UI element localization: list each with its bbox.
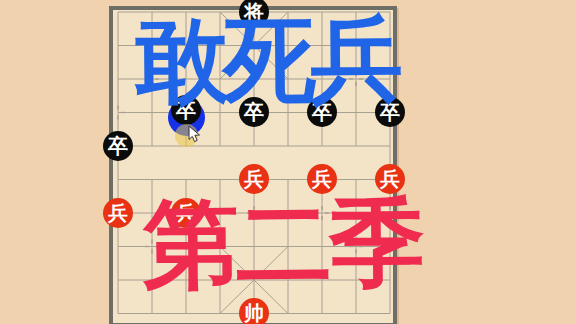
piece-black-soldier-5[interactable]: 卒 <box>103 131 133 161</box>
board-point-c3r5[interactable] <box>203 163 237 197</box>
board-point-c3r8[interactable] <box>203 263 237 297</box>
piece-black-soldier-1[interactable]: 卒 <box>171 95 201 125</box>
board-point-c3r6[interactable] <box>203 196 237 230</box>
board-point-c8r9[interactable] <box>373 297 407 324</box>
board-point-c7r1[interactable] <box>339 29 373 63</box>
board-point-c8r7[interactable] <box>373 230 407 264</box>
board-point-c1r9[interactable] <box>135 297 169 324</box>
xiangqi-app: 将卒卒卒卒卒兵兵兵兵兵帅 敢死兵 第二季 <box>0 0 576 324</box>
board-point-c2r8[interactable] <box>169 263 203 297</box>
board-point-c7r7[interactable] <box>339 230 373 264</box>
board-point-c2r9[interactable] <box>169 297 203 324</box>
piece-red-soldier-4[interactable]: 兵 <box>103 198 133 228</box>
board-point-c1r0[interactable] <box>135 0 169 29</box>
piece-black-general[interactable]: 将 <box>239 0 269 27</box>
board-point-c6r9[interactable] <box>305 297 339 324</box>
board-point-c3r7[interactable] <box>203 230 237 264</box>
board-point-c8r8[interactable] <box>373 263 407 297</box>
board-point-c7r5[interactable] <box>339 163 373 197</box>
board-point-c6r8[interactable] <box>305 263 339 297</box>
mouse-cursor-icon <box>188 125 201 143</box>
board-point-c5r3[interactable] <box>271 96 305 130</box>
board-point-c1r5[interactable] <box>135 163 169 197</box>
piece-red-general[interactable]: 帅 <box>239 298 269 324</box>
board-point-c5r4[interactable] <box>271 129 305 163</box>
board-point-c0r7[interactable] <box>101 230 135 264</box>
board-point-c4r5[interactable]: 兵 <box>237 163 271 197</box>
board-point-c4r9[interactable]: 帅 <box>237 297 271 324</box>
board-point-c2r0[interactable] <box>169 0 203 29</box>
board-point-c1r6[interactable] <box>135 196 169 230</box>
board-point-c0r6[interactable]: 兵 <box>101 196 135 230</box>
board-point-c5r9[interactable] <box>271 297 305 324</box>
board-point-c1r7[interactable] <box>135 230 169 264</box>
board-point-c4r8[interactable] <box>237 263 271 297</box>
board-point-c0r9[interactable] <box>101 297 135 324</box>
piece-red-soldier-5[interactable]: 兵 <box>171 198 201 228</box>
board-point-c0r8[interactable] <box>101 263 135 297</box>
board-point-c3r0[interactable] <box>203 0 237 29</box>
board-point-c6r2[interactable] <box>305 62 339 96</box>
board-point-c1r8[interactable] <box>135 263 169 297</box>
board-point-c7r9[interactable] <box>339 297 373 324</box>
board-point-c8r5[interactable]: 兵 <box>373 163 407 197</box>
board-grid: 将卒卒卒卒卒兵兵兵兵兵帅 <box>101 0 407 324</box>
board-point-c2r1[interactable] <box>169 29 203 63</box>
board-point-c6r1[interactable] <box>305 29 339 63</box>
board-point-c3r1[interactable] <box>203 29 237 63</box>
board-point-c6r0[interactable] <box>305 0 339 29</box>
piece-red-soldier-2[interactable]: 兵 <box>307 164 337 194</box>
board-point-c6r7[interactable] <box>305 230 339 264</box>
board-point-c3r4[interactable] <box>203 129 237 163</box>
board-point-c7r8[interactable] <box>339 263 373 297</box>
board-point-c2r7[interactable] <box>169 230 203 264</box>
board-point-c5r6[interactable] <box>271 196 305 230</box>
board-point-c8r2[interactable] <box>373 62 407 96</box>
board-point-c8r3[interactable]: 卒 <box>373 96 407 130</box>
piece-black-soldier-3[interactable]: 卒 <box>307 97 337 127</box>
board-point-c4r2[interactable] <box>237 62 271 96</box>
board-point-c8r6[interactable] <box>373 196 407 230</box>
board-point-c7r4[interactable] <box>339 129 373 163</box>
board-point-c5r0[interactable] <box>271 0 305 29</box>
board-point-c1r1[interactable] <box>135 29 169 63</box>
board-point-c3r9[interactable] <box>203 297 237 324</box>
board-point-c2r5[interactable] <box>169 163 203 197</box>
board-point-c4r1[interactable] <box>237 29 271 63</box>
board-point-c0r0[interactable] <box>101 0 135 29</box>
piece-black-soldier-2[interactable]: 卒 <box>239 97 269 127</box>
board-point-c7r0[interactable] <box>339 0 373 29</box>
board-point-c5r5[interactable] <box>271 163 305 197</box>
board-point-c7r3[interactable] <box>339 96 373 130</box>
board-point-c2r6[interactable]: 兵 <box>169 196 203 230</box>
board-point-c8r1[interactable] <box>373 29 407 63</box>
piece-black-soldier-4[interactable]: 卒 <box>375 97 405 127</box>
board-point-c8r4[interactable] <box>373 129 407 163</box>
piece-red-soldier-3[interactable]: 兵 <box>375 164 405 194</box>
board-point-c1r2[interactable] <box>135 62 169 96</box>
board-point-c4r3[interactable]: 卒 <box>237 96 271 130</box>
board-point-c3r2[interactable] <box>203 62 237 96</box>
board-point-c1r3[interactable] <box>135 96 169 130</box>
board-point-c4r0[interactable]: 将 <box>237 0 271 29</box>
board-point-c5r7[interactable] <box>271 230 305 264</box>
board-point-c6r5[interactable]: 兵 <box>305 163 339 197</box>
board-point-c1r4[interactable] <box>135 129 169 163</box>
board-point-c3r3[interactable] <box>203 96 237 130</box>
board-point-c0r3[interactable] <box>101 96 135 130</box>
board-point-c4r4[interactable] <box>237 129 271 163</box>
board-point-c8r0[interactable] <box>373 0 407 29</box>
board-point-c7r6[interactable] <box>339 196 373 230</box>
board-point-c7r2[interactable] <box>339 62 373 96</box>
board-point-c0r5[interactable] <box>101 163 135 197</box>
board-point-c0r1[interactable] <box>101 29 135 63</box>
board-point-c6r4[interactable] <box>305 129 339 163</box>
board-point-c5r2[interactable] <box>271 62 305 96</box>
board-point-c4r6[interactable] <box>237 196 271 230</box>
board-point-c6r6[interactable] <box>305 196 339 230</box>
board-point-c5r8[interactable] <box>271 263 305 297</box>
piece-red-soldier-1[interactable]: 兵 <box>239 164 269 194</box>
board-point-c0r4[interactable]: 卒 <box>101 129 135 163</box>
board-point-c5r1[interactable] <box>271 29 305 63</box>
board-point-c6r3[interactable]: 卒 <box>305 96 339 130</box>
board-point-c2r2[interactable] <box>169 62 203 96</box>
board-point-c0r2[interactable] <box>101 62 135 96</box>
board-point-c4r7[interactable] <box>237 230 271 264</box>
